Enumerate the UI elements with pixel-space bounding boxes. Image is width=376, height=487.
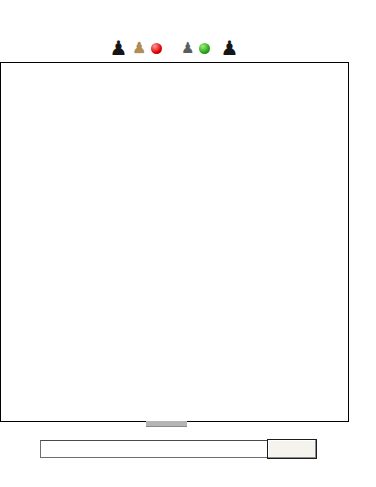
chess-board[interactable] [0,62,349,422]
board-grid [1,63,348,421]
black-pawn-icon: ♟ [110,38,128,58]
black-player-pawn-icon: ♟ [181,41,194,56]
write-button[interactable] [267,439,317,459]
board-bottom-artifact [146,421,187,427]
white-player-status-icon [151,43,162,54]
white-player-pawn-icon: ♟ [133,41,146,56]
black-pawn-icon: ♟ [220,38,238,58]
black-player-status-icon [199,43,210,54]
chat-input[interactable] [40,440,268,458]
ads-column [352,0,376,487]
players-row: ♟ ♟ ♟ ♟ [0,36,348,60]
emoticon-row [42,458,332,480]
